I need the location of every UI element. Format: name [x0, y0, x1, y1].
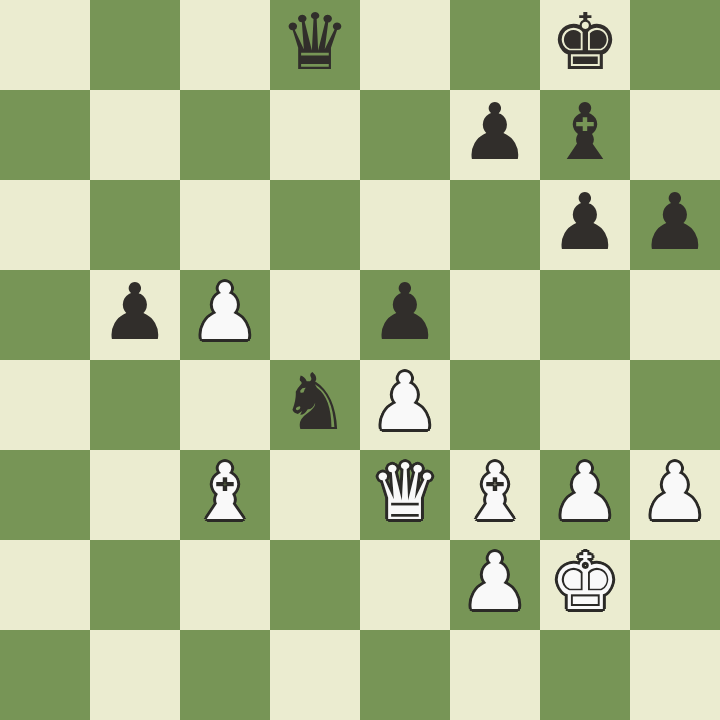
square-b6[interactable]: [90, 180, 180, 270]
square-b2[interactable]: [90, 540, 180, 630]
square-f3[interactable]: ♝: [450, 450, 540, 540]
square-e8[interactable]: [360, 0, 450, 90]
piece-black-knight[interactable]: ♞: [280, 357, 350, 447]
square-g7[interactable]: ♝: [540, 90, 630, 180]
piece-black-queen[interactable]: ♛: [280, 0, 350, 87]
square-d4[interactable]: ♞: [270, 360, 360, 450]
square-f2[interactable]: ♟: [450, 540, 540, 630]
square-c7[interactable]: [180, 90, 270, 180]
square-c2[interactable]: [180, 540, 270, 630]
square-f5[interactable]: [450, 270, 540, 360]
square-a1[interactable]: [0, 630, 90, 720]
square-f8[interactable]: [450, 0, 540, 90]
square-g2[interactable]: ♚: [540, 540, 630, 630]
square-h5[interactable]: [630, 270, 720, 360]
square-c1[interactable]: [180, 630, 270, 720]
piece-white-pawn[interactable]: ♟: [190, 267, 260, 357]
square-g1[interactable]: [540, 630, 630, 720]
square-c3[interactable]: ♝: [180, 450, 270, 540]
piece-black-king[interactable]: ♚: [550, 0, 620, 87]
square-a5[interactable]: [0, 270, 90, 360]
square-a7[interactable]: [0, 90, 90, 180]
piece-white-king[interactable]: ♚: [550, 537, 620, 627]
square-f7[interactable]: ♟: [450, 90, 540, 180]
square-c8[interactable]: [180, 0, 270, 90]
square-f6[interactable]: [450, 180, 540, 270]
square-g5[interactable]: [540, 270, 630, 360]
piece-black-pawn[interactable]: ♟: [640, 177, 710, 267]
square-a3[interactable]: [0, 450, 90, 540]
square-a2[interactable]: [0, 540, 90, 630]
square-d7[interactable]: [270, 90, 360, 180]
piece-white-pawn[interactable]: ♟: [460, 537, 530, 627]
square-e2[interactable]: [360, 540, 450, 630]
piece-black-pawn[interactable]: ♟: [100, 267, 170, 357]
square-h1[interactable]: [630, 630, 720, 720]
square-d6[interactable]: [270, 180, 360, 270]
square-g4[interactable]: [540, 360, 630, 450]
square-b3[interactable]: [90, 450, 180, 540]
square-e4[interactable]: ♟: [360, 360, 450, 450]
square-a8[interactable]: [0, 0, 90, 90]
square-e5[interactable]: ♟: [360, 270, 450, 360]
square-b7[interactable]: [90, 90, 180, 180]
chess-board: ♛♚♟♝♟♟♟♟♟♞♟♝♛♝♟♟♟♚: [0, 0, 720, 720]
square-d5[interactable]: [270, 270, 360, 360]
piece-white-pawn[interactable]: ♟: [640, 447, 710, 537]
square-c6[interactable]: [180, 180, 270, 270]
square-h8[interactable]: [630, 0, 720, 90]
square-e1[interactable]: [360, 630, 450, 720]
square-c5[interactable]: ♟: [180, 270, 270, 360]
piece-black-pawn[interactable]: ♟: [550, 177, 620, 267]
square-g6[interactable]: ♟: [540, 180, 630, 270]
piece-white-bishop[interactable]: ♝: [460, 447, 530, 537]
square-e7[interactable]: [360, 90, 450, 180]
piece-white-pawn[interactable]: ♟: [370, 357, 440, 447]
square-g8[interactable]: ♚: [540, 0, 630, 90]
square-h3[interactable]: ♟: [630, 450, 720, 540]
square-h2[interactable]: [630, 540, 720, 630]
piece-black-pawn[interactable]: ♟: [460, 87, 530, 177]
square-a6[interactable]: [0, 180, 90, 270]
piece-white-pawn[interactable]: ♟: [550, 447, 620, 537]
square-d1[interactable]: [270, 630, 360, 720]
square-b8[interactable]: [90, 0, 180, 90]
square-b5[interactable]: ♟: [90, 270, 180, 360]
square-f4[interactable]: [450, 360, 540, 450]
square-h7[interactable]: [630, 90, 720, 180]
square-b1[interactable]: [90, 630, 180, 720]
square-d3[interactable]: [270, 450, 360, 540]
piece-white-bishop[interactable]: ♝: [190, 447, 260, 537]
square-b4[interactable]: [90, 360, 180, 450]
piece-white-queen[interactable]: ♛: [370, 447, 440, 537]
square-g3[interactable]: ♟: [540, 450, 630, 540]
piece-black-bishop[interactable]: ♝: [550, 87, 620, 177]
square-e6[interactable]: [360, 180, 450, 270]
piece-black-pawn[interactable]: ♟: [370, 267, 440, 357]
square-d2[interactable]: [270, 540, 360, 630]
square-c4[interactable]: [180, 360, 270, 450]
square-d8[interactable]: ♛: [270, 0, 360, 90]
square-f1[interactable]: [450, 630, 540, 720]
square-h6[interactable]: ♟: [630, 180, 720, 270]
square-e3[interactable]: ♛: [360, 450, 450, 540]
square-h4[interactable]: [630, 360, 720, 450]
square-a4[interactable]: [0, 360, 90, 450]
